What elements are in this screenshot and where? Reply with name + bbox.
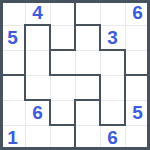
cell-r3c6[interactable] (125, 50, 150, 75)
cell-r2c1[interactable]: 5 (0, 25, 25, 50)
cell-r3c3[interactable] (50, 50, 75, 75)
cell-r2c6[interactable] (125, 25, 150, 50)
cell-r5c4[interactable] (75, 100, 100, 125)
cell-r3c4[interactable] (75, 50, 100, 75)
cell-r2c2[interactable] (25, 25, 50, 50)
cell-r4c2[interactable] (25, 75, 50, 100)
cell-r5c3[interactable] (50, 100, 75, 125)
cell-r6c6[interactable] (125, 125, 150, 150)
cell-r6c4[interactable] (75, 125, 100, 150)
cell-r6c3[interactable] (50, 125, 75, 150)
cell-r3c2[interactable] (25, 50, 50, 75)
cell-r2c4[interactable] (75, 25, 100, 50)
cell-r5c2[interactable]: 6 (25, 100, 50, 125)
cell-r4c5[interactable] (100, 75, 125, 100)
cell-r1c5[interactable] (100, 0, 125, 25)
cell-r5c6[interactable]: 5 (125, 100, 150, 125)
cell-r1c1[interactable] (0, 0, 25, 25)
cell-r4c3[interactable] (50, 75, 75, 100)
cell-r1c6[interactable]: 6 (125, 0, 150, 25)
cell-r4c6[interactable] (125, 75, 150, 100)
cell-r6c5[interactable]: 6 (100, 125, 125, 150)
cell-r3c1[interactable] (0, 50, 25, 75)
sudoku-board: 46536516 (0, 0, 150, 150)
cell-r6c2[interactable] (25, 125, 50, 150)
cell-r5c1[interactable] (0, 100, 25, 125)
cell-r1c4[interactable] (75, 0, 100, 25)
board-cells: 46536516 (0, 0, 150, 150)
cell-r4c4[interactable] (75, 75, 100, 100)
cell-r5c5[interactable] (100, 100, 125, 125)
cell-r4c1[interactable] (0, 75, 25, 100)
cell-r2c3[interactable] (50, 25, 75, 50)
cell-r2c5[interactable]: 3 (100, 25, 125, 50)
cell-r1c3[interactable] (50, 0, 75, 25)
cell-r6c1[interactable]: 1 (0, 125, 25, 150)
cell-r1c2[interactable]: 4 (25, 0, 50, 25)
cell-r3c5[interactable] (100, 50, 125, 75)
